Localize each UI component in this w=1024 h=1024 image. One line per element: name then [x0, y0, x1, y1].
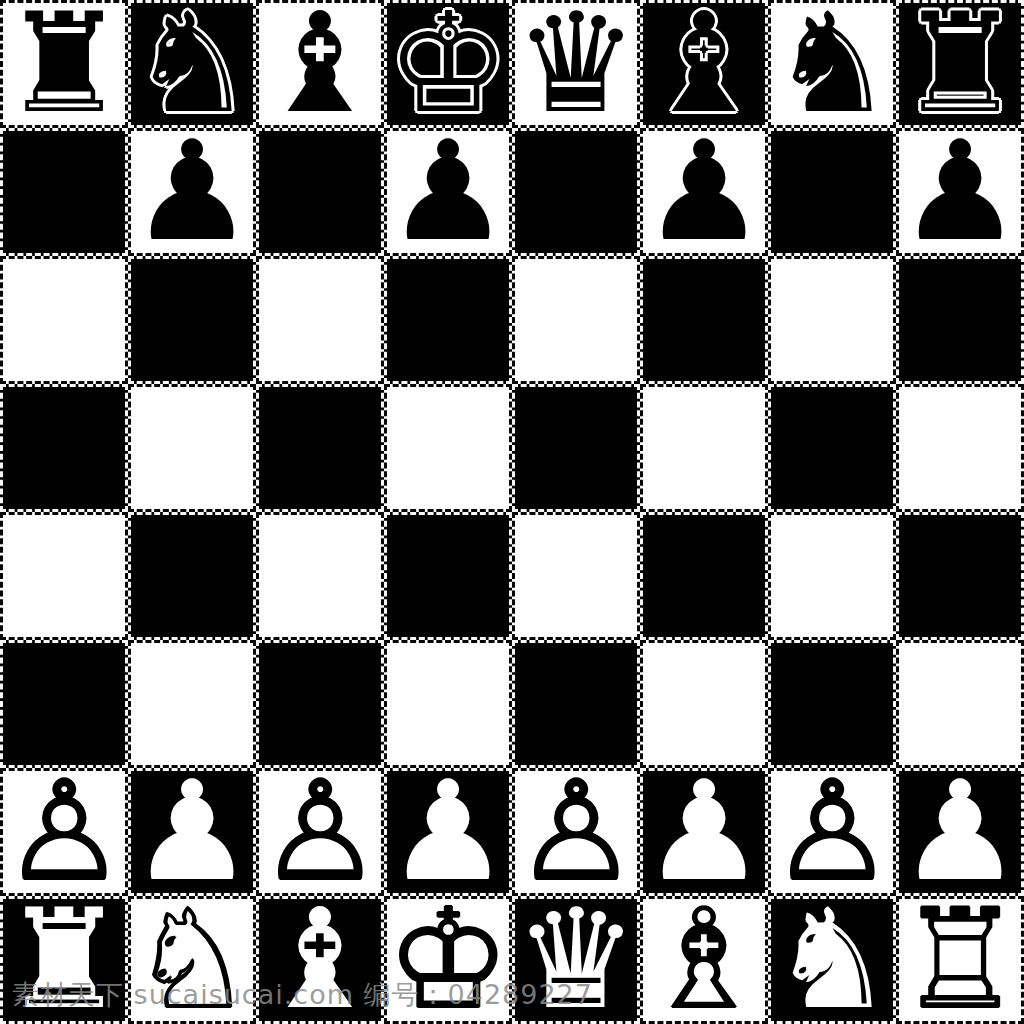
square-g8[interactable]: ♞ — [768, 0, 896, 128]
square-h7[interactable]: ♟ — [896, 128, 1024, 256]
square-c3[interactable] — [256, 640, 384, 768]
square-g6[interactable] — [768, 256, 896, 384]
piece-white-pawn-h2[interactable]: ♟ — [898, 772, 1022, 892]
square-b3[interactable] — [128, 640, 256, 768]
square-b7[interactable]: ♟ — [128, 128, 256, 256]
square-c4[interactable] — [256, 512, 384, 640]
chess-board: ♜♞♝♚♛♝♞♜♟♟♟♟♙♟♙♟♙♟♙♟♜♘♝♔♛♗♞♖ — [0, 0, 1024, 1024]
square-e8[interactable]: ♛ — [512, 0, 640, 128]
piece-black-bishop-f8[interactable]: ♝ — [642, 4, 766, 124]
square-e5[interactable] — [512, 384, 640, 512]
piece-white-rook-h1[interactable]: ♖ — [898, 900, 1022, 1020]
square-h3[interactable] — [896, 640, 1024, 768]
square-a7[interactable] — [0, 128, 128, 256]
square-b8[interactable]: ♞ — [128, 0, 256, 128]
square-h4[interactable] — [896, 512, 1024, 640]
square-f7[interactable]: ♟ — [640, 128, 768, 256]
square-c7[interactable] — [256, 128, 384, 256]
square-d6[interactable] — [384, 256, 512, 384]
square-d5[interactable] — [384, 384, 512, 512]
square-e4[interactable] — [512, 512, 640, 640]
piece-black-queen-e8[interactable]: ♛ — [514, 4, 638, 124]
square-h6[interactable] — [896, 256, 1024, 384]
square-d7[interactable]: ♟ — [384, 128, 512, 256]
piece-black-pawn-b7[interactable]: ♟ — [130, 132, 254, 252]
chess-illustration: ♜♞♝♚♛♝♞♜♟♟♟♟♙♟♙♟♙♟♙♟♜♘♝♔♛♗♞♖ 素材天下 sucais… — [0, 0, 1024, 1024]
piece-white-pawn-e2[interactable]: ♙ — [514, 772, 638, 892]
square-g2[interactable]: ♙ — [768, 768, 896, 896]
piece-black-king-d8[interactable]: ♚ — [386, 4, 510, 124]
square-d2[interactable]: ♟ — [384, 768, 512, 896]
square-g4[interactable] — [768, 512, 896, 640]
piece-white-knight-g1[interactable]: ♞ — [770, 900, 894, 1020]
piece-black-pawn-d7[interactable]: ♟ — [386, 132, 510, 252]
square-d1[interactable]: ♔ — [384, 896, 512, 1024]
square-a3[interactable] — [0, 640, 128, 768]
square-a2[interactable]: ♙ — [0, 768, 128, 896]
piece-black-pawn-h7[interactable]: ♟ — [898, 132, 1022, 252]
square-a8[interactable]: ♜ — [0, 0, 128, 128]
square-f2[interactable]: ♟ — [640, 768, 768, 896]
square-a4[interactable] — [0, 512, 128, 640]
piece-black-pawn-f7[interactable]: ♟ — [642, 132, 766, 252]
piece-white-knight-b1[interactable]: ♘ — [130, 900, 254, 1020]
square-g1[interactable]: ♞ — [768, 896, 896, 1024]
square-h1[interactable]: ♖ — [896, 896, 1024, 1024]
piece-black-rook-h8[interactable]: ♜ — [898, 4, 1022, 124]
square-c6[interactable] — [256, 256, 384, 384]
square-b5[interactable] — [128, 384, 256, 512]
square-h5[interactable] — [896, 384, 1024, 512]
square-d3[interactable] — [384, 640, 512, 768]
piece-white-pawn-a2[interactable]: ♙ — [2, 772, 126, 892]
square-e7[interactable] — [512, 128, 640, 256]
square-f4[interactable] — [640, 512, 768, 640]
square-d8[interactable]: ♚ — [384, 0, 512, 128]
square-f3[interactable] — [640, 640, 768, 768]
piece-white-bishop-f1[interactable]: ♗ — [642, 900, 766, 1020]
square-a6[interactable] — [0, 256, 128, 384]
square-e3[interactable] — [512, 640, 640, 768]
piece-white-pawn-b2[interactable]: ♟ — [130, 772, 254, 892]
square-h2[interactable]: ♟ — [896, 768, 1024, 896]
square-g3[interactable] — [768, 640, 896, 768]
square-b1[interactable]: ♘ — [128, 896, 256, 1024]
piece-white-rook-a1[interactable]: ♜ — [2, 900, 126, 1020]
square-c1[interactable]: ♝ — [256, 896, 384, 1024]
square-e6[interactable] — [512, 256, 640, 384]
square-g5[interactable] — [768, 384, 896, 512]
square-c5[interactable] — [256, 384, 384, 512]
square-e2[interactable]: ♙ — [512, 768, 640, 896]
piece-white-pawn-g2[interactable]: ♙ — [770, 772, 894, 892]
piece-black-bishop-c8[interactable]: ♝ — [258, 4, 382, 124]
square-b4[interactable] — [128, 512, 256, 640]
piece-white-bishop-c1[interactable]: ♝ — [258, 900, 382, 1020]
square-g7[interactable] — [768, 128, 896, 256]
square-c2[interactable]: ♙ — [256, 768, 384, 896]
square-b6[interactable] — [128, 256, 256, 384]
square-f8[interactable]: ♝ — [640, 0, 768, 128]
square-f5[interactable] — [640, 384, 768, 512]
piece-black-knight-b8[interactable]: ♞ — [130, 4, 254, 124]
square-e1[interactable]: ♛ — [512, 896, 640, 1024]
square-f6[interactable] — [640, 256, 768, 384]
piece-white-pawn-c2[interactable]: ♙ — [258, 772, 382, 892]
square-f1[interactable]: ♗ — [640, 896, 768, 1024]
square-c8[interactable]: ♝ — [256, 0, 384, 128]
square-b2[interactable]: ♟ — [128, 768, 256, 896]
square-d4[interactable] — [384, 512, 512, 640]
piece-black-knight-g8[interactable]: ♞ — [770, 4, 894, 124]
square-a5[interactable] — [0, 384, 128, 512]
piece-white-pawn-d2[interactable]: ♟ — [386, 772, 510, 892]
piece-black-rook-a8[interactable]: ♜ — [2, 4, 126, 124]
square-a1[interactable]: ♜ — [0, 896, 128, 1024]
square-h8[interactable]: ♜ — [896, 0, 1024, 128]
piece-white-king-d1[interactable]: ♔ — [386, 900, 510, 1020]
piece-white-pawn-f2[interactable]: ♟ — [642, 772, 766, 892]
piece-white-queen-e1[interactable]: ♛ — [514, 900, 638, 1020]
